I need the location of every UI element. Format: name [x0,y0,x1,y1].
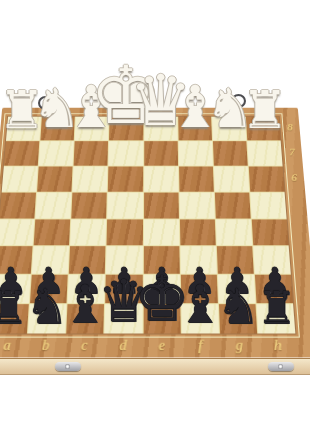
piece-black-rook[interactable]: ♜ [0,286,28,330]
piece-white-rook[interactable]: ♜ [241,84,288,136]
pieces-layer: ♜♞♝♚♛♝♞♜♟♟♟♟♟♟♟♟♜♞♝♛♚♝♞♜ [0,0,310,430]
piece-black-rook[interactable]: ♜ [257,286,296,330]
piece-black-knight[interactable]: ♞ [217,282,260,330]
product-photo: abcdefgh 876 abcdefgh ♜♞♝♚♛♝♞♜♟♟♟♟♟♟♟♟♜♞… [0,0,310,430]
